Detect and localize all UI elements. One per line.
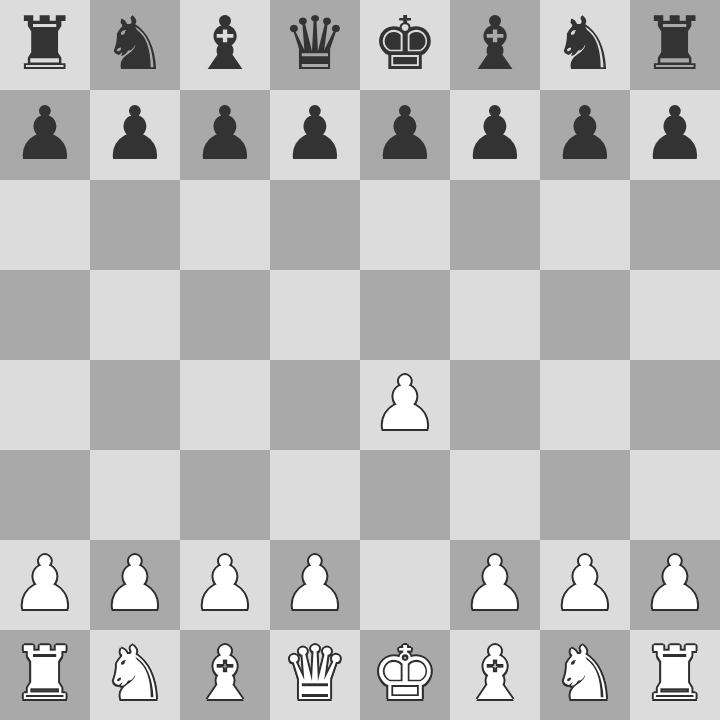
square-f6[interactable] <box>450 180 540 270</box>
square-b6[interactable] <box>90 180 180 270</box>
square-d8[interactable]: ♛ <box>270 0 360 90</box>
piece-black-king-e8[interactable]: ♚ <box>372 0 438 88</box>
square-g3[interactable] <box>540 450 630 540</box>
square-a3[interactable] <box>0 450 90 540</box>
piece-black-pawn-c7[interactable]: ♟ <box>192 88 258 178</box>
square-d2[interactable]: ♟ <box>270 540 360 630</box>
square-c8[interactable]: ♝ <box>180 0 270 90</box>
square-h6[interactable] <box>630 180 720 270</box>
piece-black-bishop-f8[interactable]: ♝ <box>462 0 528 88</box>
piece-black-bishop-c8[interactable]: ♝ <box>192 0 258 88</box>
square-f3[interactable] <box>450 450 540 540</box>
square-c3[interactable] <box>180 450 270 540</box>
piece-black-knight-g8[interactable]: ♞ <box>552 0 618 88</box>
square-f7[interactable]: ♟ <box>450 90 540 180</box>
square-a5[interactable] <box>0 270 90 360</box>
square-e3[interactable] <box>360 450 450 540</box>
square-f1[interactable]: ♝ <box>450 630 540 720</box>
piece-black-pawn-b7[interactable]: ♟ <box>102 88 168 178</box>
square-g8[interactable]: ♞ <box>540 0 630 90</box>
piece-white-pawn-a2[interactable]: ♟ <box>12 538 78 628</box>
piece-black-knight-b8[interactable]: ♞ <box>102 0 168 88</box>
square-b4[interactable] <box>90 360 180 450</box>
square-b1[interactable]: ♞ <box>90 630 180 720</box>
square-b7[interactable]: ♟ <box>90 90 180 180</box>
piece-white-pawn-c2[interactable]: ♟ <box>192 538 258 628</box>
square-g6[interactable] <box>540 180 630 270</box>
square-e8[interactable]: ♚ <box>360 0 450 90</box>
square-a8[interactable]: ♜ <box>0 0 90 90</box>
square-c2[interactable]: ♟ <box>180 540 270 630</box>
piece-white-pawn-e4[interactable]: ♟ <box>372 358 438 448</box>
square-e5[interactable] <box>360 270 450 360</box>
piece-black-pawn-f7[interactable]: ♟ <box>462 88 528 178</box>
piece-white-knight-b1[interactable]: ♞ <box>102 628 168 718</box>
square-f2[interactable]: ♟ <box>450 540 540 630</box>
square-e4[interactable]: ♟ <box>360 360 450 450</box>
square-d3[interactable] <box>270 450 360 540</box>
square-g1[interactable]: ♞ <box>540 630 630 720</box>
square-g5[interactable] <box>540 270 630 360</box>
square-g2[interactable]: ♟ <box>540 540 630 630</box>
square-f8[interactable]: ♝ <box>450 0 540 90</box>
square-d6[interactable] <box>270 180 360 270</box>
piece-white-king-e1[interactable]: ♚ <box>372 628 438 718</box>
square-c6[interactable] <box>180 180 270 270</box>
piece-white-rook-a1[interactable]: ♜ <box>12 628 78 718</box>
square-e6[interactable] <box>360 180 450 270</box>
square-b8[interactable]: ♞ <box>90 0 180 90</box>
square-c1[interactable]: ♝ <box>180 630 270 720</box>
piece-black-queen-d8[interactable]: ♛ <box>282 0 348 88</box>
piece-white-pawn-g2[interactable]: ♟ <box>552 538 618 628</box>
square-a7[interactable]: ♟ <box>0 90 90 180</box>
piece-white-bishop-c1[interactable]: ♝ <box>192 628 258 718</box>
piece-black-rook-a8[interactable]: ♜ <box>12 0 78 88</box>
square-c5[interactable] <box>180 270 270 360</box>
square-d5[interactable] <box>270 270 360 360</box>
square-h5[interactable] <box>630 270 720 360</box>
piece-black-rook-h8[interactable]: ♜ <box>642 0 708 88</box>
square-a6[interactable] <box>0 180 90 270</box>
piece-black-pawn-d7[interactable]: ♟ <box>282 88 348 178</box>
square-h1[interactable]: ♜ <box>630 630 720 720</box>
square-g7[interactable]: ♟ <box>540 90 630 180</box>
square-a2[interactable]: ♟ <box>0 540 90 630</box>
piece-white-pawn-b2[interactable]: ♟ <box>102 538 168 628</box>
piece-black-pawn-e7[interactable]: ♟ <box>372 88 438 178</box>
square-h7[interactable]: ♟ <box>630 90 720 180</box>
square-a4[interactable] <box>0 360 90 450</box>
square-f4[interactable] <box>450 360 540 450</box>
piece-black-pawn-h7[interactable]: ♟ <box>642 88 708 178</box>
piece-white-pawn-h2[interactable]: ♟ <box>642 538 708 628</box>
square-e7[interactable]: ♟ <box>360 90 450 180</box>
piece-white-rook-h1[interactable]: ♜ <box>642 628 708 718</box>
square-b5[interactable] <box>90 270 180 360</box>
piece-white-pawn-d2[interactable]: ♟ <box>282 538 348 628</box>
square-e1[interactable]: ♚ <box>360 630 450 720</box>
square-b2[interactable]: ♟ <box>90 540 180 630</box>
square-c4[interactable] <box>180 360 270 450</box>
square-d7[interactable]: ♟ <box>270 90 360 180</box>
square-e2[interactable] <box>360 540 450 630</box>
piece-black-pawn-a7[interactable]: ♟ <box>12 88 78 178</box>
square-h8[interactable]: ♜ <box>630 0 720 90</box>
piece-white-bishop-f1[interactable]: ♝ <box>462 628 528 718</box>
square-c7[interactable]: ♟ <box>180 90 270 180</box>
square-d1[interactable]: ♛ <box>270 630 360 720</box>
square-f5[interactable] <box>450 270 540 360</box>
square-d4[interactable] <box>270 360 360 450</box>
piece-white-knight-g1[interactable]: ♞ <box>552 628 618 718</box>
piece-black-pawn-g7[interactable]: ♟ <box>552 88 618 178</box>
piece-white-pawn-f2[interactable]: ♟ <box>462 538 528 628</box>
chess-board: ♜♞♝♛♚♝♞♜♟♟♟♟♟♟♟♟♟♟♟♟♟♟♟♟♜♞♝♛♚♝♞♜ <box>0 0 720 720</box>
square-g4[interactable] <box>540 360 630 450</box>
square-h2[interactable]: ♟ <box>630 540 720 630</box>
square-h3[interactable] <box>630 450 720 540</box>
square-b3[interactable] <box>90 450 180 540</box>
square-a1[interactable]: ♜ <box>0 630 90 720</box>
piece-white-queen-d1[interactable]: ♛ <box>282 628 348 718</box>
square-h4[interactable] <box>630 360 720 450</box>
